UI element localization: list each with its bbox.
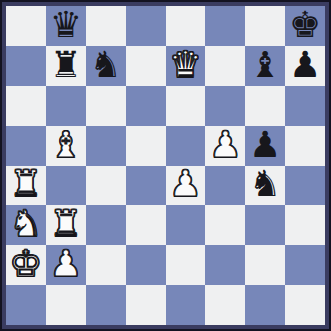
square-b6[interactable] — [46, 86, 86, 126]
square-c6[interactable] — [86, 86, 126, 126]
square-g8[interactable] — [245, 6, 285, 46]
square-d7[interactable] — [126, 46, 166, 86]
square-d3[interactable] — [126, 205, 166, 245]
square-a4[interactable]: ♜ — [6, 166, 46, 206]
piece-white-pawn: ♟ — [169, 166, 201, 202]
square-b7[interactable]: ♜ — [46, 46, 86, 86]
square-g3[interactable] — [245, 205, 285, 245]
piece-white-rook: ♜ — [10, 166, 42, 202]
piece-black-knight: ♞ — [249, 166, 281, 202]
square-g4[interactable]: ♞ — [245, 166, 285, 206]
piece-white-pawn: ♟ — [50, 246, 82, 282]
square-h7[interactable]: ♟ — [285, 46, 325, 86]
square-e6[interactable] — [166, 86, 206, 126]
chess-board: ♛♚♜♞♛♝♟♝♟♟♜♟♞♞♜♚♟ — [6, 6, 325, 325]
square-f5[interactable]: ♟ — [205, 126, 245, 166]
square-h3[interactable] — [285, 205, 325, 245]
piece-white-rook: ♜ — [50, 206, 82, 242]
square-c8[interactable] — [86, 6, 126, 46]
square-c5[interactable] — [86, 126, 126, 166]
square-f6[interactable] — [205, 86, 245, 126]
square-b1[interactable] — [46, 285, 86, 325]
square-e2[interactable] — [166, 245, 206, 285]
square-a7[interactable] — [6, 46, 46, 86]
square-e4[interactable]: ♟ — [166, 166, 206, 206]
square-b3[interactable]: ♜ — [46, 205, 86, 245]
chessboard-window: ♛♚♜♞♛♝♟♝♟♟♜♟♞♞♜♚♟ — [0, 0, 331, 331]
square-a2[interactable]: ♚ — [6, 245, 46, 285]
square-g5[interactable]: ♟ — [245, 126, 285, 166]
square-b4[interactable] — [46, 166, 86, 206]
piece-black-queen: ♛ — [50, 7, 82, 43]
square-e5[interactable] — [166, 126, 206, 166]
piece-white-queen: ♛ — [169, 47, 201, 83]
square-f1[interactable] — [205, 285, 245, 325]
square-a6[interactable] — [6, 86, 46, 126]
square-g6[interactable] — [245, 86, 285, 126]
square-e3[interactable] — [166, 205, 206, 245]
piece-black-knight: ♞ — [90, 47, 122, 83]
square-f3[interactable] — [205, 205, 245, 245]
square-a8[interactable] — [6, 6, 46, 46]
square-f7[interactable] — [205, 46, 245, 86]
square-a3[interactable]: ♞ — [6, 205, 46, 245]
square-b5[interactable]: ♝ — [46, 126, 86, 166]
square-h4[interactable] — [285, 166, 325, 206]
square-c3[interactable] — [86, 205, 126, 245]
square-d1[interactable] — [126, 285, 166, 325]
square-h2[interactable] — [285, 245, 325, 285]
square-c7[interactable]: ♞ — [86, 46, 126, 86]
square-b8[interactable]: ♛ — [46, 6, 86, 46]
square-d5[interactable] — [126, 126, 166, 166]
square-c4[interactable] — [86, 166, 126, 206]
piece-white-knight: ♞ — [10, 206, 42, 242]
square-a5[interactable] — [6, 126, 46, 166]
square-f2[interactable] — [205, 245, 245, 285]
square-b2[interactable]: ♟ — [46, 245, 86, 285]
piece-black-pawn: ♟ — [249, 127, 281, 163]
square-g1[interactable] — [245, 285, 285, 325]
square-d6[interactable] — [126, 86, 166, 126]
piece-white-king: ♚ — [10, 246, 42, 282]
square-c2[interactable] — [86, 245, 126, 285]
square-f8[interactable] — [205, 6, 245, 46]
square-e8[interactable] — [166, 6, 206, 46]
piece-black-king: ♚ — [289, 7, 321, 43]
square-g7[interactable]: ♝ — [245, 46, 285, 86]
square-a1[interactable] — [6, 285, 46, 325]
piece-black-bishop: ♝ — [249, 47, 281, 83]
piece-black-pawn: ♟ — [289, 47, 321, 83]
square-d2[interactable] — [126, 245, 166, 285]
piece-white-bishop: ♝ — [50, 127, 82, 163]
piece-black-rook: ♜ — [50, 47, 82, 83]
square-c1[interactable] — [86, 285, 126, 325]
square-h6[interactable] — [285, 86, 325, 126]
square-d4[interactable] — [126, 166, 166, 206]
square-d8[interactable] — [126, 6, 166, 46]
square-h5[interactable] — [285, 126, 325, 166]
square-e1[interactable] — [166, 285, 206, 325]
square-g2[interactable] — [245, 245, 285, 285]
square-h8[interactable]: ♚ — [285, 6, 325, 46]
piece-white-pawn: ♟ — [209, 127, 241, 163]
square-f4[interactable] — [205, 166, 245, 206]
square-e7[interactable]: ♛ — [166, 46, 206, 86]
square-h1[interactable] — [285, 285, 325, 325]
board-frame: ♛♚♜♞♛♝♟♝♟♟♜♟♞♞♜♚♟ — [2, 2, 329, 329]
